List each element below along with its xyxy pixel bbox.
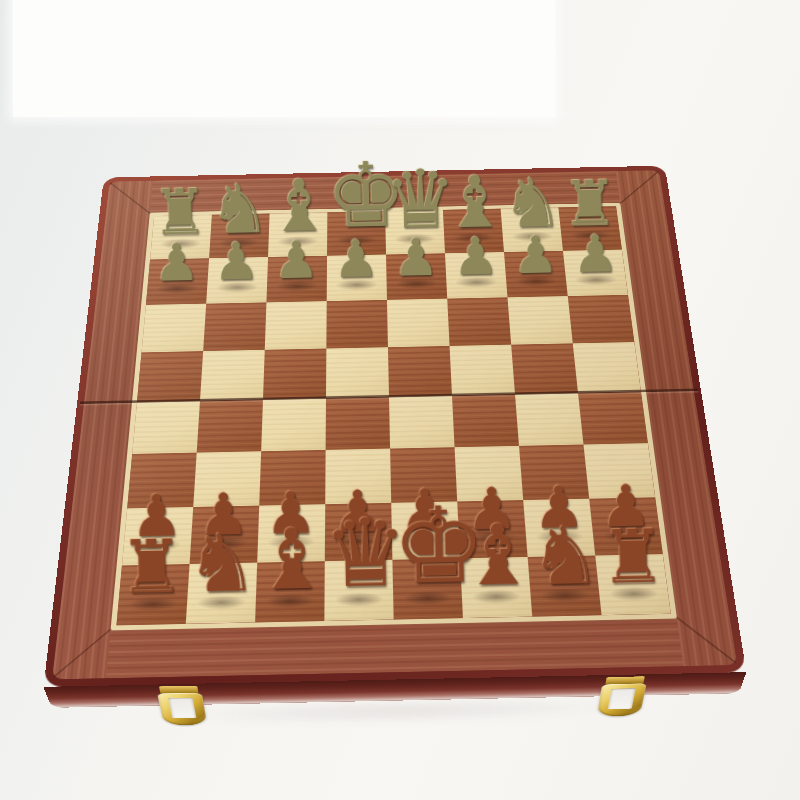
square-d6[interactable] — [326, 300, 388, 349]
square-a5[interactable] — [137, 351, 203, 402]
square-d5[interactable] — [326, 347, 389, 398]
right-latch-hasp — [597, 683, 647, 717]
perspective-scene: ♜♞♝♚♛♝♞♜♟♟♟♟♟♟♟♟♟♟♟♟♟♟♟♟♜♞♝♛♚♝♞♜ — [71, 79, 708, 716]
white-rook-h1[interactable]: ♜ — [598, 520, 668, 595]
square-e4[interactable] — [389, 395, 455, 448]
square-c4[interactable] — [261, 398, 326, 451]
square-h4[interactable] — [578, 391, 648, 444]
white-bishop-f1[interactable]: ♝ — [460, 513, 530, 597]
black-pawn-g7[interactable]: ♟ — [505, 229, 566, 282]
square-f4[interactable] — [452, 394, 519, 447]
square-g5[interactable] — [511, 343, 578, 394]
square-e6[interactable] — [387, 299, 450, 348]
white-king-e1[interactable]: ♚ — [391, 493, 462, 599]
black-pawn-a7[interactable]: ♟ — [146, 237, 207, 290]
playing-area: ♜♞♝♚♛♝♞♜♟♟♟♟♟♟♟♟♟♟♟♟♟♟♟♟♜♞♝♛♚♝♞♜ — [117, 207, 671, 626]
white-queen-d1[interactable]: ♛ — [323, 505, 394, 600]
left-latch-hole — [168, 698, 196, 719]
right-latch-hole — [608, 688, 636, 709]
square-a6[interactable] — [142, 304, 207, 353]
white-knight-b1[interactable]: ♞ — [185, 522, 255, 603]
black-pawn-f7[interactable]: ♟ — [445, 230, 506, 283]
square-b4[interactable] — [197, 399, 263, 452]
black-pawn-d7[interactable]: ♟ — [326, 233, 387, 286]
white-rook-a1[interactable]: ♜ — [117, 530, 187, 605]
black-king-d8[interactable]: ♚ — [325, 150, 385, 240]
black-pawn-e7[interactable]: ♟ — [386, 232, 447, 285]
square-a4[interactable] — [132, 401, 200, 454]
square-e5[interactable] — [388, 346, 452, 397]
square-b6[interactable] — [203, 302, 266, 351]
square-h5[interactable] — [573, 342, 641, 393]
chess-board: ♜♞♝♚♛♝♞♜♟♟♟♟♟♟♟♟♟♟♟♟♟♟♟♟♜♞♝♛♚♝♞♜ — [43, 166, 746, 687]
right-latch[interactable] — [594, 676, 652, 717]
square-f5[interactable] — [450, 345, 515, 396]
white-knight-g1[interactable]: ♞ — [529, 515, 599, 596]
scene-tilt: ♜♞♝♚♛♝♞♜♟♟♟♟♟♟♟♟♟♟♟♟♟♟♟♟♜♞♝♛♚♝♞♜ — [0, 0, 800, 800]
square-c5[interactable] — [263, 349, 326, 400]
left-latch-hasp — [157, 693, 207, 725]
black-pawn-c7[interactable]: ♟ — [266, 234, 327, 287]
square-b5[interactable] — [200, 350, 265, 401]
square-g6[interactable] — [507, 296, 572, 345]
black-pawn-b7[interactable]: ♟ — [206, 235, 267, 288]
white-bishop-c1[interactable]: ♝ — [254, 517, 324, 601]
black-pawn-h7[interactable]: ♟ — [565, 228, 626, 281]
square-c6[interactable] — [265, 301, 327, 350]
photo-backdrop: ♜♞♝♚♛♝♞♜♟♟♟♟♟♟♟♟♟♟♟♟♟♟♟♟♜♞♝♛♚♝♞♜ — [0, 0, 800, 800]
square-d4[interactable] — [326, 397, 390, 450]
left-latch[interactable] — [152, 686, 210, 726]
square-h6[interactable] — [568, 295, 635, 344]
box-front-face — [43, 672, 746, 708]
square-f6[interactable] — [447, 297, 511, 346]
square-g4[interactable] — [515, 393, 583, 446]
